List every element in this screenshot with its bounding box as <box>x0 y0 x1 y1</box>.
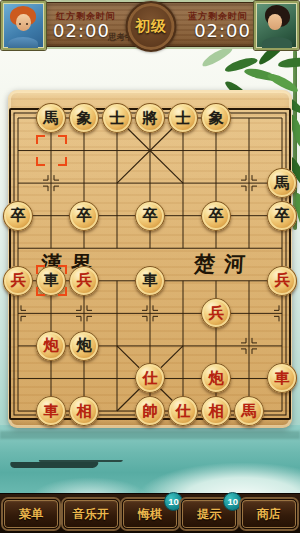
piece-glyph: 車 <box>143 273 158 288</box>
piece-red-兵[interactable]: 兵 <box>69 266 99 296</box>
piece-red-兵[interactable]: 兵 <box>3 266 33 296</box>
red-player-avatar <box>1 1 46 50</box>
shoreline <box>0 431 300 439</box>
piece-glyph: 士 <box>110 110 125 125</box>
piece-glyph: 馬 <box>275 175 290 190</box>
count-badge: 10 <box>223 492 242 511</box>
piece-red-兵[interactable]: 兵 <box>267 266 297 296</box>
avatar-body <box>8 37 38 50</box>
piece-glyph: 炮 <box>44 338 59 353</box>
piece-glyph: 仕 <box>176 403 191 418</box>
match-info-panel: 红方剩余时间 02:00 思考中... 蓝方剩余时间 02:00 初级 <box>44 2 258 47</box>
piece-glyph: 將 <box>143 110 158 125</box>
button-label: 菜单 <box>19 506 43 523</box>
piece-glyph: 相 <box>209 403 224 418</box>
button-label: 提示 <box>197 506 221 523</box>
piece-glyph: 兵 <box>275 273 290 288</box>
wave-foam <box>140 463 300 497</box>
piece-glyph: 卒 <box>143 208 158 223</box>
piece-black-卒[interactable]: 卒 <box>267 201 297 231</box>
piece-black-卒[interactable]: 卒 <box>135 201 165 231</box>
game-screen: 红方剩余时间 02:00 思考中... 蓝方剩余时间 02:00 初级 漢界 楚… <box>0 0 300 533</box>
shop-button[interactable]: 商店 <box>241 499 297 529</box>
piece-glyph: 兵 <box>11 273 26 288</box>
piece-red-相[interactable]: 相 <box>69 396 99 426</box>
background-water <box>0 425 300 493</box>
piece-glyph: 兵 <box>77 273 92 288</box>
piece-glyph: 車 <box>44 273 59 288</box>
menu-button[interactable]: 菜单 <box>3 499 59 529</box>
piece-black-車[interactable]: 車 <box>36 266 66 296</box>
piece-glyph: 炮 <box>77 338 92 353</box>
piece-glyph: 馬 <box>44 110 59 125</box>
piece-glyph: 帥 <box>143 403 158 418</box>
difficulty-label: 初级 <box>135 17 167 36</box>
piece-black-象[interactable]: 象 <box>69 103 99 133</box>
piece-black-象[interactable]: 象 <box>201 103 231 133</box>
piece-black-馬[interactable]: 馬 <box>36 103 66 133</box>
boat-silhouette <box>9 462 98 468</box>
xiangqi-board[interactable]: 漢界 楚河 馬象士將士象馬卒卒卒卒卒兵車兵車兵兵炮炮仕炮車車相帥仕相馬 <box>8 90 292 428</box>
music-toggle-button[interactable]: 音乐开 <box>63 499 119 529</box>
blue-timer: 02:00 <box>194 20 251 41</box>
button-label: 悔棋 <box>138 506 162 523</box>
undo-button[interactable]: 悔棋10 <box>122 499 178 529</box>
piece-black-卒[interactable]: 卒 <box>3 201 33 231</box>
piece-glyph: 兵 <box>209 305 224 320</box>
bottom-toolbar: 菜单音乐开悔棋10提示10商店 <box>0 493 300 533</box>
piece-red-仕[interactable]: 仕 <box>168 396 198 426</box>
piece-black-馬[interactable]: 馬 <box>267 168 297 198</box>
piece-glyph: 車 <box>275 370 290 385</box>
piece-glyph: 卒 <box>209 208 224 223</box>
piece-glyph: 炮 <box>209 370 224 385</box>
piece-black-車[interactable]: 車 <box>135 266 165 296</box>
river-text-right: 楚河 <box>193 250 254 278</box>
piece-red-車[interactable]: 車 <box>36 396 66 426</box>
red-timer: 02:00 <box>53 20 110 41</box>
piece-glyph: 象 <box>209 110 224 125</box>
piece-red-馬[interactable]: 馬 <box>234 396 264 426</box>
hint-button[interactable]: 提示10 <box>181 499 237 529</box>
piece-glyph: 卒 <box>77 208 92 223</box>
piece-red-相[interactable]: 相 <box>201 396 231 426</box>
piece-glyph: 象 <box>77 110 92 125</box>
avatar-eyes <box>19 23 21 25</box>
piece-red-帥[interactable]: 帥 <box>135 396 165 426</box>
piece-glyph: 卒 <box>275 208 290 223</box>
piece-glyph: 仕 <box>143 370 158 385</box>
piece-black-士[interactable]: 士 <box>102 103 132 133</box>
piece-glyph: 士 <box>176 110 191 125</box>
avatar-face <box>268 14 282 30</box>
count-badge: 10 <box>164 492 183 511</box>
avatar-body <box>262 37 292 50</box>
button-label: 商店 <box>257 506 281 523</box>
piece-glyph: 馬 <box>242 403 257 418</box>
piece-glyph: 車 <box>44 403 59 418</box>
button-label: 音乐开 <box>73 506 109 523</box>
difficulty-medallion: 初级 <box>126 1 177 52</box>
piece-black-將[interactable]: 將 <box>135 103 165 133</box>
piece-black-卒[interactable]: 卒 <box>201 201 231 231</box>
piece-black-士[interactable]: 士 <box>168 103 198 133</box>
piece-glyph: 相 <box>77 403 92 418</box>
piece-red-炮[interactable]: 炮 <box>36 331 66 361</box>
piece-black-卒[interactable]: 卒 <box>69 201 99 231</box>
piece-black-炮[interactable]: 炮 <box>69 331 99 361</box>
blue-player-avatar <box>254 1 299 50</box>
piece-glyph: 卒 <box>11 208 26 223</box>
